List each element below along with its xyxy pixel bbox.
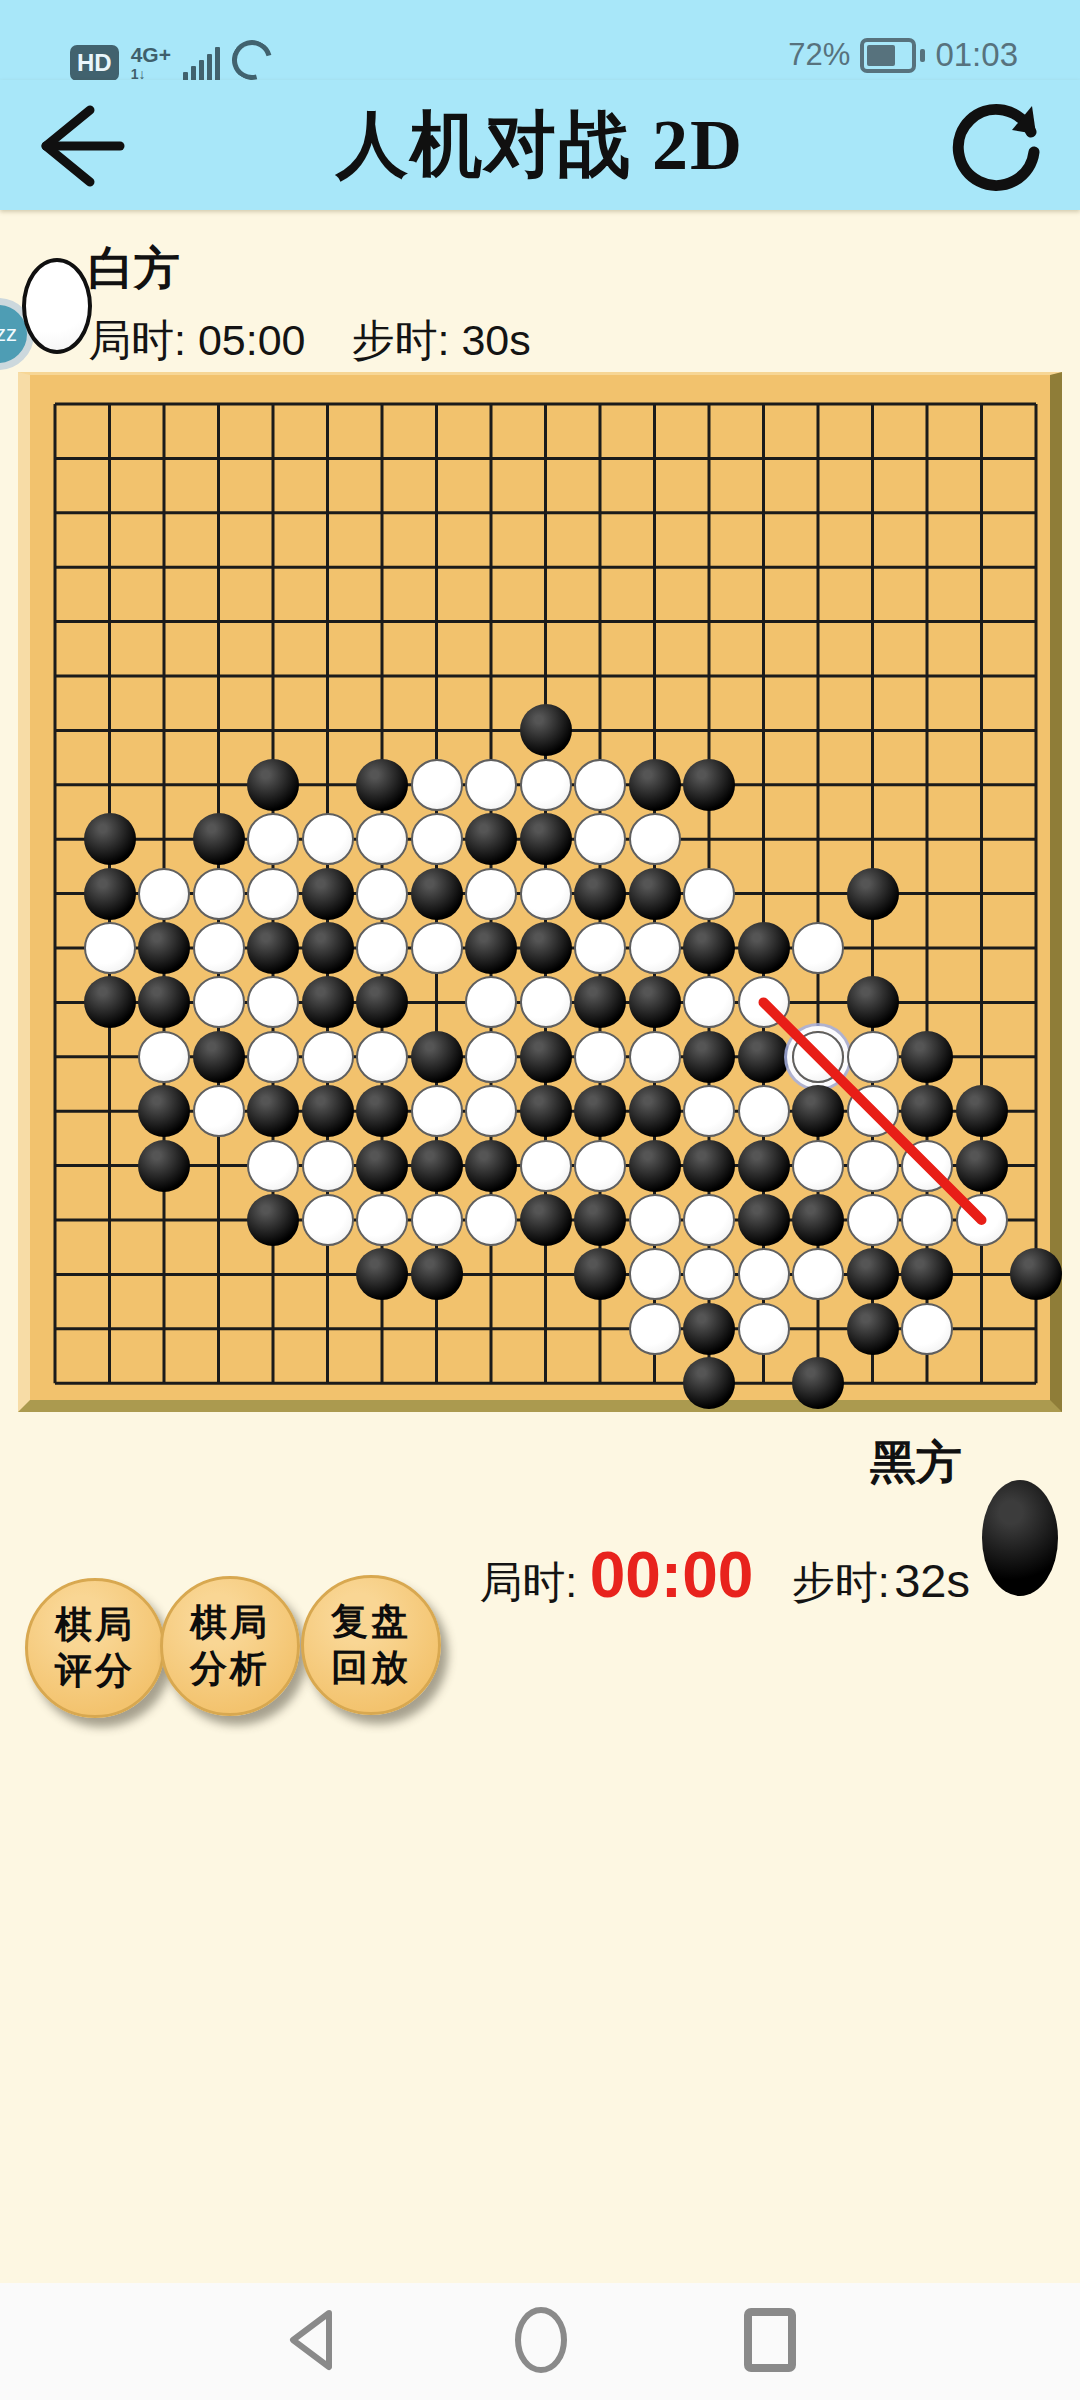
- black-stone-4-15: [247, 1194, 299, 1246]
- black-stone-13-12: [738, 1031, 790, 1083]
- black-stone-6-7: [356, 759, 408, 811]
- black-stone-5-9: [302, 868, 354, 920]
- black-stone-6-11: [356, 976, 408, 1028]
- white-stone-13-17: [738, 1303, 790, 1355]
- black-stone-16-16: [901, 1248, 953, 1300]
- black-stone-12-7: [683, 759, 735, 811]
- battery-percent: 72%: [788, 37, 850, 73]
- black-stone-12-18: [683, 1357, 735, 1409]
- status-right-group: 72% 01:03: [788, 36, 1018, 74]
- white-stone-7-15: [411, 1194, 463, 1246]
- white-stone-10-10: [574, 922, 626, 974]
- white-stone-14-12: [792, 1031, 844, 1083]
- replay-button[interactable]: 复盘 回放: [301, 1575, 441, 1715]
- analysis-button[interactable]: 棋局 分析: [160, 1576, 300, 1716]
- black-stone-14-13: [792, 1085, 844, 1137]
- white-stone-5-8: [302, 813, 354, 865]
- white-stone-11-12: [629, 1031, 681, 1083]
- black-move-time: 32s: [894, 1554, 970, 1607]
- black-stone-16-13: [901, 1085, 953, 1137]
- white-player-label: 白方: [88, 238, 180, 300]
- white-stone-6-10: [356, 922, 408, 974]
- black-stone-12-10: [683, 922, 735, 974]
- network-type-icon: 4G+ 1↓: [131, 44, 171, 81]
- black-stone-10-11: [574, 976, 626, 1028]
- white-stone-17-15: [956, 1194, 1008, 1246]
- signal-strength-icon: [183, 45, 220, 81]
- black-stone-4-13: [247, 1085, 299, 1137]
- white-stone-2-9: [138, 868, 190, 920]
- white-stone-1-10: [84, 922, 136, 974]
- nav-recents-icon[interactable]: [743, 2307, 797, 2377]
- black-stone-9-10: [520, 922, 572, 974]
- black-stone-10-9: [574, 868, 626, 920]
- white-game-time: 05:00: [198, 316, 306, 364]
- nav-home-icon[interactable]: [511, 2307, 571, 2377]
- refresh-icon[interactable]: [946, 94, 1046, 194]
- white-stone-5-12: [302, 1031, 354, 1083]
- black-stone-15-11: [847, 976, 899, 1028]
- black-stone-2-14: [138, 1140, 190, 1192]
- white-stone-16-14: [901, 1140, 953, 1192]
- white-stone-15-12: [847, 1031, 899, 1083]
- white-stone-14-10: [792, 922, 844, 974]
- page-title: 人机对战 2D: [0, 80, 1080, 210]
- white-stone-9-7: [520, 759, 572, 811]
- black-stone-5-13: [302, 1085, 354, 1137]
- black-stone-11-13: [629, 1085, 681, 1137]
- white-stone-8-7: [465, 759, 517, 811]
- title-bar: 人机对战 2D: [0, 80, 1080, 210]
- white-stone-2-12: [138, 1031, 190, 1083]
- black-stone-18-16: [1010, 1248, 1062, 1300]
- black-game-time: 00:00: [582, 1539, 762, 1611]
- white-stone-13-13: [738, 1085, 790, 1137]
- white-stone-15-13: [847, 1085, 899, 1137]
- black-stone-10-15: [574, 1194, 626, 1246]
- status-bar: HD 4G+ 1↓ 72% 01:03: [0, 0, 1080, 80]
- white-stone-7-8: [411, 813, 463, 865]
- black-stone-17-13: [956, 1085, 1008, 1137]
- white-stone-8-15: [465, 1194, 517, 1246]
- white-stone-8-9: [465, 868, 517, 920]
- black-stone-13-15: [738, 1194, 790, 1246]
- black-stone-4-10: [247, 922, 299, 974]
- black-stone-12-12: [683, 1031, 735, 1083]
- black-stone-3-8: [193, 813, 245, 865]
- black-stone-8-8: [465, 813, 517, 865]
- battery-icon: [860, 38, 916, 73]
- black-stone-15-17: [847, 1303, 899, 1355]
- black-stone-2-13: [138, 1085, 190, 1137]
- black-stone-3-12: [193, 1031, 245, 1083]
- black-stone-2-11: [138, 976, 190, 1028]
- white-stone-10-7: [574, 759, 626, 811]
- white-move-time: 30s: [461, 316, 530, 364]
- black-stone-4-7: [247, 759, 299, 811]
- black-stone-9-13: [520, 1085, 572, 1137]
- white-stone-7-7: [411, 759, 463, 811]
- black-stone-11-14: [629, 1140, 681, 1192]
- white-stone-11-15: [629, 1194, 681, 1246]
- white-stone-6-12: [356, 1031, 408, 1083]
- android-nav-bar: [0, 2283, 1080, 2400]
- black-stone-12-14: [683, 1140, 735, 1192]
- white-stone-13-11: [738, 976, 790, 1028]
- white-stone-8-11: [465, 976, 517, 1028]
- black-stone-6-14: [356, 1140, 408, 1192]
- white-stone-3-10: [193, 922, 245, 974]
- white-stone-4-14: [247, 1140, 299, 1192]
- white-stone-13-16: [738, 1248, 790, 1300]
- black-stone-9-8: [520, 813, 572, 865]
- black-stone-15-16: [847, 1248, 899, 1300]
- white-stone-7-10: [411, 922, 463, 974]
- white-stone-3-9: [193, 868, 245, 920]
- black-stone-11-9: [629, 868, 681, 920]
- white-stone-9-9: [520, 868, 572, 920]
- white-stone-11-17: [629, 1303, 681, 1355]
- white-stone-12-16: [683, 1248, 735, 1300]
- black-stone-7-9: [411, 868, 463, 920]
- white-stone-14-14: [792, 1140, 844, 1192]
- black-stone-2-10: [138, 922, 190, 974]
- black-stone-10-13: [574, 1085, 626, 1137]
- black-stone-11-7: [629, 759, 681, 811]
- black-stone-7-16: [411, 1248, 463, 1300]
- black-stone-7-12: [411, 1031, 463, 1083]
- black-stone-6-13: [356, 1085, 408, 1137]
- black-stone-6-16: [356, 1248, 408, 1300]
- white-stone-15-14: [847, 1140, 899, 1192]
- status-time: 01:03: [935, 36, 1018, 74]
- black-player-label: 黑方: [870, 1432, 962, 1494]
- black-stone-5-10: [302, 922, 354, 974]
- nav-back-icon[interactable]: [283, 2307, 339, 2377]
- board[interactable]: [18, 372, 1062, 1412]
- white-stone-6-15: [356, 1194, 408, 1246]
- white-game-time-label: 局时:: [88, 316, 186, 364]
- white-stone-10-8: [574, 813, 626, 865]
- white-stone-icon: [22, 258, 92, 354]
- white-stone-6-8: [356, 813, 408, 865]
- black-move-time-label: 步时:: [792, 1558, 890, 1606]
- white-stone-11-16: [629, 1248, 681, 1300]
- black-stone-16-12: [901, 1031, 953, 1083]
- white-stone-16-17: [901, 1303, 953, 1355]
- black-stone-1-9: [84, 868, 136, 920]
- black-stone-9-6: [520, 704, 572, 756]
- black-stone-10-16: [574, 1248, 626, 1300]
- black-stone-1-11: [84, 976, 136, 1028]
- white-stone-10-14: [574, 1140, 626, 1192]
- white-stone-12-13: [683, 1085, 735, 1137]
- black-stone-1-8: [84, 813, 136, 865]
- white-stone-9-14: [520, 1140, 572, 1192]
- hd-icon: HD: [70, 45, 119, 81]
- white-stone-4-12: [247, 1031, 299, 1083]
- battery-nub-icon: [920, 49, 925, 62]
- white-stone-14-16: [792, 1248, 844, 1300]
- white-stone-7-13: [411, 1085, 463, 1137]
- white-stone-15-15: [847, 1194, 899, 1246]
- black-timer: 局时: 00:00 步时: 32s: [479, 1538, 970, 1612]
- black-stone-12-17: [683, 1303, 735, 1355]
- white-stone-11-10: [629, 922, 681, 974]
- black-stone-icon: [982, 1480, 1058, 1596]
- white-stone-12-9: [683, 868, 735, 920]
- white-stone-3-13: [193, 1085, 245, 1137]
- white-stone-10-12: [574, 1031, 626, 1083]
- white-stone-5-15: [302, 1194, 354, 1246]
- white-stone-12-15: [683, 1194, 735, 1246]
- black-stone-8-14: [465, 1140, 517, 1192]
- white-stone-4-9: [247, 868, 299, 920]
- status-left-group: HD 4G+ 1↓: [70, 40, 272, 81]
- black-stone-9-12: [520, 1031, 572, 1083]
- black-stone-5-11: [302, 976, 354, 1028]
- white-stone-9-11: [520, 976, 572, 1028]
- white-stone-5-14: [302, 1140, 354, 1192]
- white-stone-4-11: [247, 976, 299, 1028]
- black-stone-15-9: [847, 868, 899, 920]
- white-timer: 局时: 05:00 步时: 30s: [88, 312, 531, 370]
- white-stone-11-8: [629, 813, 681, 865]
- black-stone-17-14: [956, 1140, 1008, 1192]
- white-stone-6-9: [356, 868, 408, 920]
- black-stone-14-15: [792, 1194, 844, 1246]
- white-stone-3-11: [193, 976, 245, 1028]
- black-stone-13-10: [738, 922, 790, 974]
- black-stone-8-10: [465, 922, 517, 974]
- white-move-time-label: 步时:: [351, 316, 449, 364]
- white-stone-12-11: [683, 976, 735, 1028]
- white-stone-8-13: [465, 1085, 517, 1137]
- black-stone-7-14: [411, 1140, 463, 1192]
- score-button[interactable]: 棋局 评分: [25, 1578, 165, 1718]
- white-stone-4-8: [247, 813, 299, 865]
- black-stone-9-15: [520, 1194, 572, 1246]
- black-game-time-label: 局时:: [479, 1558, 577, 1606]
- white-stone-8-12: [465, 1031, 517, 1083]
- white-stone-16-15: [901, 1194, 953, 1246]
- black-stone-11-11: [629, 976, 681, 1028]
- black-stone-14-18: [792, 1357, 844, 1409]
- black-stone-13-14: [738, 1140, 790, 1192]
- app-screen: HD 4G+ 1↓ 72% 01:03 人机对战 2D: [0, 0, 1080, 2400]
